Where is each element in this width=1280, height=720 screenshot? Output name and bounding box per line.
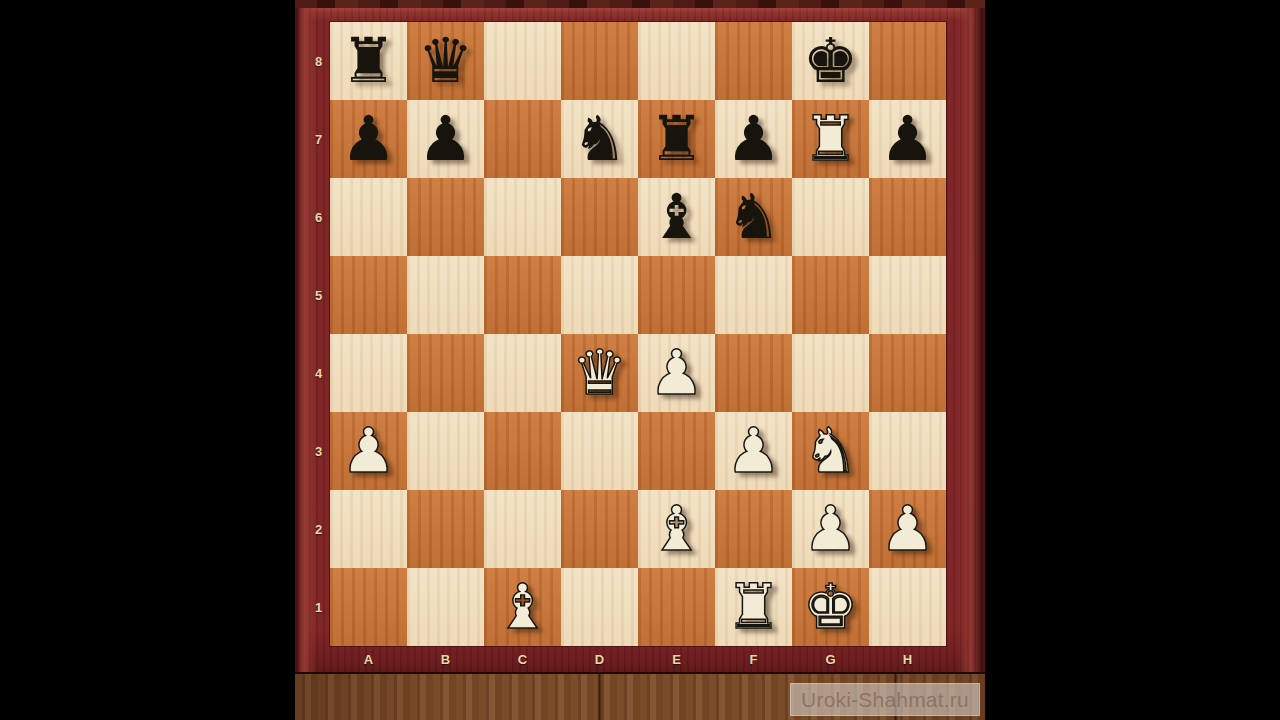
square-b3[interactable] xyxy=(407,412,484,490)
wood-seam xyxy=(597,674,602,720)
file-label-a: A xyxy=(330,646,407,672)
square-g4[interactable] xyxy=(792,334,869,412)
file-label-d: D xyxy=(561,646,638,672)
piece-black-pawn[interactable]: ♟ xyxy=(418,100,474,178)
square-d2[interactable] xyxy=(561,490,638,568)
piece-white-pawn[interactable]: ♟ xyxy=(726,412,782,490)
board-grid: ♜♛♚♟♟♞♜♟♜♟♝♞♛♟♟♟♞♝♟♟♝♜♚ xyxy=(330,22,946,646)
square-e5[interactable] xyxy=(638,256,715,334)
square-d7[interactable]: ♞ xyxy=(561,100,638,178)
square-h2[interactable]: ♟ xyxy=(869,490,946,568)
square-b4[interactable] xyxy=(407,334,484,412)
watermark-text: Uroki-Shahmat.ru xyxy=(801,688,969,712)
square-b7[interactable]: ♟ xyxy=(407,100,484,178)
square-c5[interactable] xyxy=(484,256,561,334)
piece-white-king[interactable]: ♚ xyxy=(803,568,859,646)
square-f1[interactable]: ♜ xyxy=(715,568,792,646)
rank-label-7: 7 xyxy=(295,100,330,178)
piece-black-pawn[interactable]: ♟ xyxy=(726,100,782,178)
square-g1[interactable]: ♚ xyxy=(792,568,869,646)
square-d5[interactable] xyxy=(561,256,638,334)
square-a7[interactable]: ♟ xyxy=(330,100,407,178)
piece-black-rook[interactable]: ♜ xyxy=(649,100,705,178)
square-g7[interactable]: ♜ xyxy=(792,100,869,178)
chess-board-panel: 87654321 ♜♛♚♟♟♞♜♟♜♟♝♞♛♟♟♟♞♝♟♟♝♜♚ ABCDEFG… xyxy=(295,0,985,720)
square-h8[interactable] xyxy=(869,22,946,100)
square-a6[interactable] xyxy=(330,178,407,256)
square-f3[interactable]: ♟ xyxy=(715,412,792,490)
square-b6[interactable] xyxy=(407,178,484,256)
rank-label-6: 6 xyxy=(295,178,330,256)
file-label-b: B xyxy=(407,646,484,672)
top-wood-strip xyxy=(295,0,985,8)
piece-black-rook[interactable]: ♜ xyxy=(341,22,397,100)
square-e7[interactable]: ♜ xyxy=(638,100,715,178)
square-c4[interactable] xyxy=(484,334,561,412)
square-e8[interactable] xyxy=(638,22,715,100)
square-a2[interactable] xyxy=(330,490,407,568)
rank-label-1: 1 xyxy=(295,568,330,646)
left-letterbox-bar xyxy=(0,0,295,720)
square-d8[interactable] xyxy=(561,22,638,100)
rank-label-8: 8 xyxy=(295,22,330,100)
piece-black-knight[interactable]: ♞ xyxy=(572,100,628,178)
rank-label-5: 5 xyxy=(295,256,330,334)
square-f2[interactable] xyxy=(715,490,792,568)
square-b5[interactable] xyxy=(407,256,484,334)
square-h4[interactable] xyxy=(869,334,946,412)
square-h3[interactable] xyxy=(869,412,946,490)
piece-white-pawn[interactable]: ♟ xyxy=(341,412,397,490)
square-g6[interactable] xyxy=(792,178,869,256)
square-e3[interactable] xyxy=(638,412,715,490)
file-label-e: E xyxy=(638,646,715,672)
square-e2[interactable]: ♝ xyxy=(638,490,715,568)
piece-black-queen[interactable]: ♛ xyxy=(418,22,474,100)
square-h7[interactable]: ♟ xyxy=(869,100,946,178)
square-g3[interactable]: ♞ xyxy=(792,412,869,490)
right-letterbox-bar xyxy=(985,0,1280,720)
file-label-g: G xyxy=(792,646,869,672)
square-e4[interactable]: ♟ xyxy=(638,334,715,412)
square-f8[interactable] xyxy=(715,22,792,100)
square-c7[interactable] xyxy=(484,100,561,178)
square-d3[interactable] xyxy=(561,412,638,490)
square-g5[interactable] xyxy=(792,256,869,334)
piece-black-pawn[interactable]: ♟ xyxy=(341,100,397,178)
square-b8[interactable]: ♛ xyxy=(407,22,484,100)
square-c8[interactable] xyxy=(484,22,561,100)
piece-white-bishop[interactable]: ♝ xyxy=(649,490,705,568)
piece-black-knight[interactable]: ♞ xyxy=(726,178,782,256)
square-c3[interactable] xyxy=(484,412,561,490)
piece-white-pawn[interactable]: ♟ xyxy=(803,490,859,568)
rank-label-3: 3 xyxy=(295,412,330,490)
watermark: Uroki-Shahmat.ru xyxy=(790,683,980,716)
square-e1[interactable] xyxy=(638,568,715,646)
square-a5[interactable] xyxy=(330,256,407,334)
square-g8[interactable]: ♚ xyxy=(792,22,869,100)
square-c2[interactable] xyxy=(484,490,561,568)
square-d6[interactable] xyxy=(561,178,638,256)
square-f7[interactable]: ♟ xyxy=(715,100,792,178)
square-b2[interactable] xyxy=(407,490,484,568)
chess-board-frame: 87654321 ♜♛♚♟♟♞♜♟♜♟♝♞♛♟♟♟♞♝♟♟♝♜♚ ABCDEFG… xyxy=(295,8,985,672)
piece-black-king[interactable]: ♚ xyxy=(803,22,859,100)
square-a1[interactable] xyxy=(330,568,407,646)
file-label-c: C xyxy=(484,646,561,672)
square-f6[interactable]: ♞ xyxy=(715,178,792,256)
piece-black-bishop[interactable]: ♝ xyxy=(649,178,705,256)
piece-white-knight[interactable]: ♞ xyxy=(803,412,859,490)
square-a3[interactable]: ♟ xyxy=(330,412,407,490)
square-f5[interactable] xyxy=(715,256,792,334)
square-e6[interactable]: ♝ xyxy=(638,178,715,256)
square-h1[interactable] xyxy=(869,568,946,646)
video-frame: 87654321 ♜♛♚♟♟♞♜♟♜♟♝♞♛♟♟♟♞♝♟♟♝♜♚ ABCDEFG… xyxy=(0,0,1280,720)
file-label-h: H xyxy=(869,646,946,672)
rank-coordinates: 87654321 xyxy=(295,22,330,646)
square-a4[interactable] xyxy=(330,334,407,412)
square-g2[interactable]: ♟ xyxy=(792,490,869,568)
piece-white-rook[interactable]: ♜ xyxy=(803,100,859,178)
file-coordinates: ABCDEFGH xyxy=(330,646,946,672)
square-h5[interactable] xyxy=(869,256,946,334)
piece-white-bishop[interactable]: ♝ xyxy=(495,568,551,646)
square-c1[interactable]: ♝ xyxy=(484,568,561,646)
square-d4[interactable]: ♛ xyxy=(561,334,638,412)
file-label-f: F xyxy=(715,646,792,672)
piece-white-queen[interactable]: ♛ xyxy=(572,334,628,412)
square-h6[interactable] xyxy=(869,178,946,256)
square-c6[interactable] xyxy=(484,178,561,256)
piece-white-rook[interactable]: ♜ xyxy=(726,568,782,646)
square-a8[interactable]: ♜ xyxy=(330,22,407,100)
piece-white-pawn[interactable]: ♟ xyxy=(880,490,936,568)
piece-black-pawn[interactable]: ♟ xyxy=(880,100,936,178)
square-f4[interactable] xyxy=(715,334,792,412)
piece-white-pawn[interactable]: ♟ xyxy=(649,334,705,412)
square-d1[interactable] xyxy=(561,568,638,646)
rank-label-4: 4 xyxy=(295,334,330,412)
square-b1[interactable] xyxy=(407,568,484,646)
rank-label-2: 2 xyxy=(295,490,330,568)
